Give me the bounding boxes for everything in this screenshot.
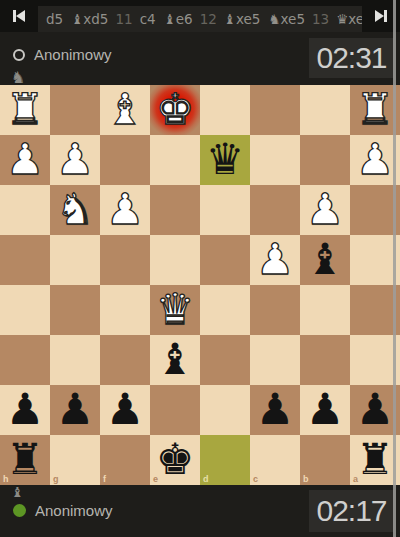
black-queen-piece: ♛ <box>200 135 250 185</box>
square-d1[interactable] <box>200 85 250 135</box>
own-player-name: Anonimowy <box>35 502 113 519</box>
file-label-e: e <box>153 474 158 484</box>
square-e4[interactable] <box>150 235 200 285</box>
square-h8[interactable]: ♜h <box>0 435 50 485</box>
black-bishop-piece: ♝ <box>150 335 200 385</box>
square-c3[interactable] <box>250 185 300 235</box>
move-item[interactable]: ♝xe5 <box>224 11 261 27</box>
black-pawn-piece: ♟ <box>100 385 150 435</box>
white-side-indicator-icon <box>13 49 25 61</box>
square-g1[interactable] <box>50 85 100 135</box>
white-pawn-piece: ♟ <box>0 135 50 185</box>
square-b2[interactable] <box>300 135 350 185</box>
square-b1[interactable] <box>300 85 350 135</box>
square-g7[interactable]: ♟ <box>50 385 100 435</box>
white-pawn-piece: ♟ <box>250 235 300 285</box>
square-g3[interactable]: ♞ <box>50 185 100 235</box>
square-e8[interactable]: ♚e <box>150 435 200 485</box>
square-h5[interactable] <box>0 285 50 335</box>
square-h1[interactable]: ♜ <box>0 85 50 135</box>
square-c8[interactable]: c <box>250 435 300 485</box>
square-f7[interactable]: ♟ <box>100 385 150 435</box>
square-h3[interactable] <box>0 185 50 235</box>
square-g2[interactable]: ♟ <box>50 135 100 185</box>
square-h7[interactable]: ♟ <box>0 385 50 435</box>
move-item[interactable]: ♛xe5 <box>336 11 362 27</box>
square-h4[interactable] <box>0 235 50 285</box>
square-b8[interactable]: b <box>300 435 350 485</box>
move-item[interactable]: ♝e6 <box>164 11 193 27</box>
captured-bishop-icon: ♝ <box>11 485 24 499</box>
white-pawn-piece: ♟ <box>300 185 350 235</box>
skip-to-start-icon <box>13 10 25 22</box>
black-bishop-piece: ♝ <box>300 235 350 285</box>
move-number: 11 <box>115 11 132 27</box>
square-f4[interactable] <box>100 235 150 285</box>
move-number: 13 <box>312 11 329 27</box>
square-e7[interactable] <box>150 385 200 435</box>
white-pawn-piece: ♟ <box>50 135 100 185</box>
scrollbar[interactable] <box>393 0 396 537</box>
square-d6[interactable] <box>200 335 250 385</box>
white-queen-piece: ♛ <box>150 285 200 335</box>
square-g4[interactable] <box>50 235 100 285</box>
move-number: 12 <box>200 11 217 27</box>
opponent-player-name: Anonimowy <box>34 46 112 63</box>
square-f2[interactable] <box>100 135 150 185</box>
white-pawn-piece: ♟ <box>100 185 150 235</box>
square-b5[interactable] <box>300 285 350 335</box>
square-e6[interactable]: ♝ <box>150 335 200 385</box>
opponent-clock: 02:31 <box>309 38 394 78</box>
own-player-bar: ♝ Anonimowy 02:17 <box>0 485 400 537</box>
move-navigation-bar: d5♝xd511c4♝e612♝xe5♞xe513♛xe5♛xd2#0-1 <box>0 0 400 32</box>
square-f1[interactable]: ♝ <box>100 85 150 135</box>
opponent-player-bar: Anonimowy ♞ 02:31 <box>0 32 400 85</box>
black-pawn-piece: ♟ <box>300 385 350 435</box>
square-b3[interactable]: ♟ <box>300 185 350 235</box>
square-d3[interactable] <box>200 185 250 235</box>
chess-app-screen: d5♝xd511c4♝e612♝xe5♞xe513♛xe5♛xd2#0-1 An… <box>0 0 400 537</box>
black-pawn-piece: ♟ <box>50 385 100 435</box>
file-label-h: h <box>3 474 9 484</box>
square-c4[interactable]: ♟ <box>250 235 300 285</box>
square-b7[interactable]: ♟ <box>300 385 350 435</box>
square-e3[interactable] <box>150 185 200 235</box>
square-c6[interactable] <box>250 335 300 385</box>
move-item[interactable]: ♝xd5 <box>71 11 108 27</box>
square-c2[interactable] <box>250 135 300 185</box>
skip-to-end-icon <box>375 10 387 22</box>
file-label-b: b <box>303 474 309 484</box>
square-c7[interactable]: ♟ <box>250 385 300 435</box>
square-e5[interactable]: ♛ <box>150 285 200 335</box>
skip-to-start-button[interactable] <box>0 0 38 32</box>
white-bishop-piece: ♝ <box>100 85 150 135</box>
file-label-a: a <box>353 474 358 484</box>
white-rook-piece: ♜ <box>0 85 50 135</box>
square-f5[interactable] <box>100 285 150 335</box>
square-g6[interactable] <box>50 335 100 385</box>
file-label-d: d <box>203 474 209 484</box>
square-c1[interactable] <box>250 85 300 135</box>
square-f3[interactable]: ♟ <box>100 185 150 235</box>
square-d7[interactable] <box>200 385 250 435</box>
white-king-piece: ♚ <box>150 85 200 135</box>
square-g8[interactable]: g <box>50 435 100 485</box>
square-b6[interactable] <box>300 335 350 385</box>
online-indicator-icon <box>13 504 26 517</box>
white-knight-piece: ♞ <box>50 185 100 235</box>
square-c5[interactable] <box>250 285 300 335</box>
square-d5[interactable] <box>200 285 250 335</box>
move-item[interactable]: c4 <box>140 11 156 27</box>
move-item[interactable]: d5 <box>46 11 63 27</box>
square-b4[interactable]: ♝ <box>300 235 350 285</box>
black-pawn-piece: ♟ <box>250 385 300 435</box>
square-h2[interactable]: ♟ <box>0 135 50 185</box>
file-label-c: c <box>253 474 258 484</box>
square-g5[interactable] <box>50 285 100 335</box>
file-label-g: g <box>53 474 59 484</box>
move-item[interactable]: ♞xe5 <box>268 11 305 27</box>
square-e1[interactable]: ♚ <box>150 85 200 135</box>
chess-board: ♜♝♚♜♟♟♛♟♞♟♟♟♝♛♝♟♟♟♟♟♟♜hgf♚edcb♜a <box>0 85 400 485</box>
black-pawn-piece: ♟ <box>0 385 50 435</box>
square-d4[interactable] <box>200 235 250 285</box>
file-label-f: f <box>103 474 106 484</box>
square-e2[interactable] <box>150 135 200 185</box>
own-clock: 02:17 <box>309 490 394 532</box>
square-f8[interactable]: f <box>100 435 150 485</box>
square-d2[interactable]: ♛ <box>200 135 250 185</box>
move-list: d5♝xd511c4♝e612♝xe5♞xe513♛xe5♛xd2#0-1 <box>38 6 362 32</box>
square-f6[interactable] <box>100 335 150 385</box>
square-h6[interactable] <box>0 335 50 385</box>
square-d8[interactable]: d <box>200 435 250 485</box>
